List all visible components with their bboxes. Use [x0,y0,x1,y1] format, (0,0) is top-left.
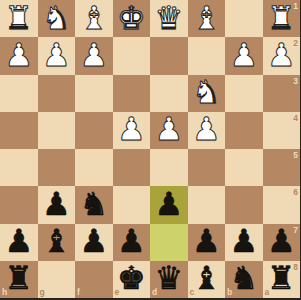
square-e6[interactable] [113,186,151,223]
piece-black-pawn-a7[interactable]: ♟ [267,225,296,257]
piece-white-pawn-a2[interactable]: ♟ [267,39,296,71]
piece-black-bishop-g7[interactable]: ♝ [42,225,71,257]
square-a2[interactable]: 2♟ [263,37,301,74]
square-d6[interactable]: ♟ [150,186,188,223]
piece-black-knight-f6[interactable]: ♞ [79,188,108,220]
square-b7[interactable]: ♟ [225,224,263,261]
chess-board: ♜♞♝♚♛♝1♜♟♟♟♟2♟♞3♟♟♟45♟♞♟6♟♝♟♟♟♟7♟h♜gfe♚d… [0,0,300,298]
chess-board-area: ♜♞♝♚♛♝1♜♟♟♟♟2♟♞3♟♟♟45♟♞♟6♟♝♟♟♟♟7♟h♜gfe♚d… [0,0,300,300]
piece-white-bishop-c1[interactable]: ♝ [192,2,221,34]
square-g3[interactable] [38,75,76,112]
piece-white-knight-g1[interactable]: ♞ [42,2,71,34]
square-d7[interactable] [150,224,188,261]
square-c1[interactable]: ♝ [188,0,226,37]
square-a5[interactable]: 5 [263,149,301,186]
square-g7[interactable]: ♝ [38,224,76,261]
square-f1[interactable]: ♝ [75,0,113,37]
square-h2[interactable]: ♟ [0,37,38,74]
square-d8[interactable]: d♛ [150,261,188,298]
square-e3[interactable] [113,75,151,112]
square-d1[interactable]: ♛ [150,0,188,37]
square-f4[interactable] [75,112,113,149]
piece-white-queen-d1[interactable]: ♛ [154,2,183,34]
piece-white-bishop-f1[interactable]: ♝ [79,2,108,34]
rank-label-4: 4 [293,114,298,123]
piece-black-pawn-h7[interactable]: ♟ [4,225,33,257]
square-e1[interactable]: ♚ [113,0,151,37]
rank-label-3: 3 [293,77,298,86]
square-a8[interactable]: 8a♜ [263,261,301,298]
square-b4[interactable] [225,112,263,149]
square-f5[interactable] [75,149,113,186]
piece-white-pawn-d4[interactable]: ♟ [154,113,183,145]
square-c3[interactable]: ♞ [188,75,226,112]
square-h4[interactable] [0,112,38,149]
square-b3[interactable] [225,75,263,112]
square-b5[interactable] [225,149,263,186]
piece-white-rook-h1[interactable]: ♜ [4,2,33,34]
square-e2[interactable] [113,37,151,74]
square-d2[interactable] [150,37,188,74]
square-a3[interactable]: 3 [263,75,301,112]
square-f3[interactable] [75,75,113,112]
square-h3[interactable] [0,75,38,112]
piece-black-pawn-b7[interactable]: ♟ [229,225,258,257]
piece-black-pawn-f7[interactable]: ♟ [79,225,108,257]
square-g5[interactable] [38,149,76,186]
square-b2[interactable]: ♟ [225,37,263,74]
piece-black-rook-h8[interactable]: ♜ [4,262,33,294]
piece-black-pawn-g6[interactable]: ♟ [42,188,71,220]
piece-white-pawn-c4[interactable]: ♟ [192,113,221,145]
piece-white-pawn-f2[interactable]: ♟ [79,39,108,71]
square-c5[interactable] [188,149,226,186]
square-c8[interactable]: c♝ [188,261,226,298]
piece-black-pawn-c7[interactable]: ♟ [192,225,221,257]
square-h8[interactable]: h♜ [0,261,38,298]
square-h7[interactable]: ♟ [0,224,38,261]
piece-black-king-e8[interactable]: ♚ [117,262,146,294]
square-b8[interactable]: b♞ [225,261,263,298]
piece-black-bishop-c8[interactable]: ♝ [192,262,221,294]
square-c4[interactable]: ♟ [188,112,226,149]
piece-white-rook-a1[interactable]: ♜ [267,2,296,34]
piece-black-queen-d8[interactable]: ♛ [154,262,183,294]
piece-black-rook-a8[interactable]: ♜ [267,262,296,294]
square-f6[interactable]: ♞ [75,186,113,223]
square-c7[interactable]: ♟ [188,224,226,261]
rank-label-5: 5 [293,151,298,160]
square-h5[interactable] [0,149,38,186]
square-g6[interactable]: ♟ [38,186,76,223]
square-g1[interactable]: ♞ [38,0,76,37]
square-e4[interactable]: ♟ [113,112,151,149]
file-label-g: g [40,288,45,297]
square-e7[interactable]: ♟ [113,224,151,261]
file-label-f: f [77,288,80,297]
square-g2[interactable]: ♟ [38,37,76,74]
piece-black-pawn-e7[interactable]: ♟ [117,225,146,257]
piece-white-king-e1[interactable]: ♚ [117,2,146,34]
piece-white-pawn-e4[interactable]: ♟ [117,113,146,145]
square-c6[interactable] [188,186,226,223]
square-a4[interactable]: 4 [263,112,301,149]
piece-black-knight-b8[interactable]: ♞ [229,262,258,294]
square-e8[interactable]: e♚ [113,261,151,298]
square-b1[interactable] [225,0,263,37]
square-a1[interactable]: 1♜ [263,0,301,37]
square-h1[interactable]: ♜ [0,0,38,37]
square-e5[interactable] [113,149,151,186]
piece-white-pawn-g2[interactable]: ♟ [42,39,71,71]
square-d3[interactable] [150,75,188,112]
square-b6[interactable] [225,186,263,223]
square-f7[interactable]: ♟ [75,224,113,261]
piece-white-pawn-b2[interactable]: ♟ [229,39,258,71]
square-g8[interactable]: g [38,261,76,298]
square-g4[interactable] [38,112,76,149]
square-d5[interactable] [150,149,188,186]
square-f8[interactable]: f [75,261,113,298]
piece-white-pawn-h2[interactable]: ♟ [4,39,33,71]
piece-white-knight-c3[interactable]: ♞ [192,76,221,108]
square-a7[interactable]: 7♟ [263,224,301,261]
square-a6[interactable]: 6 [263,186,301,223]
piece-black-pawn-d6[interactable]: ♟ [154,188,183,220]
square-d4[interactable]: ♟ [150,112,188,149]
square-f2[interactable]: ♟ [75,37,113,74]
rank-label-6: 6 [293,188,298,197]
square-h6[interactable] [0,186,38,223]
square-c2[interactable] [188,37,226,74]
